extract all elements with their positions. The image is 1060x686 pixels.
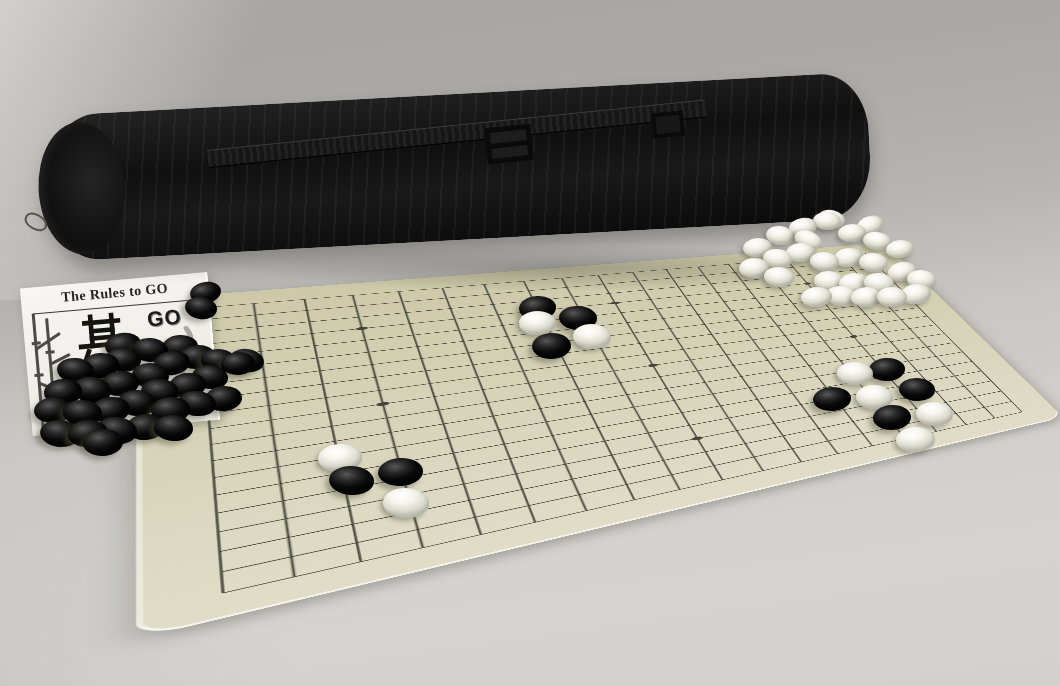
- strap-loop: [651, 110, 685, 138]
- scene: The Rules to GO GO: [0, 0, 1060, 686]
- white-stone[interactable]: [895, 426, 935, 452]
- strap-buckle: [484, 124, 534, 165]
- white-stone[interactable]: [519, 311, 556, 335]
